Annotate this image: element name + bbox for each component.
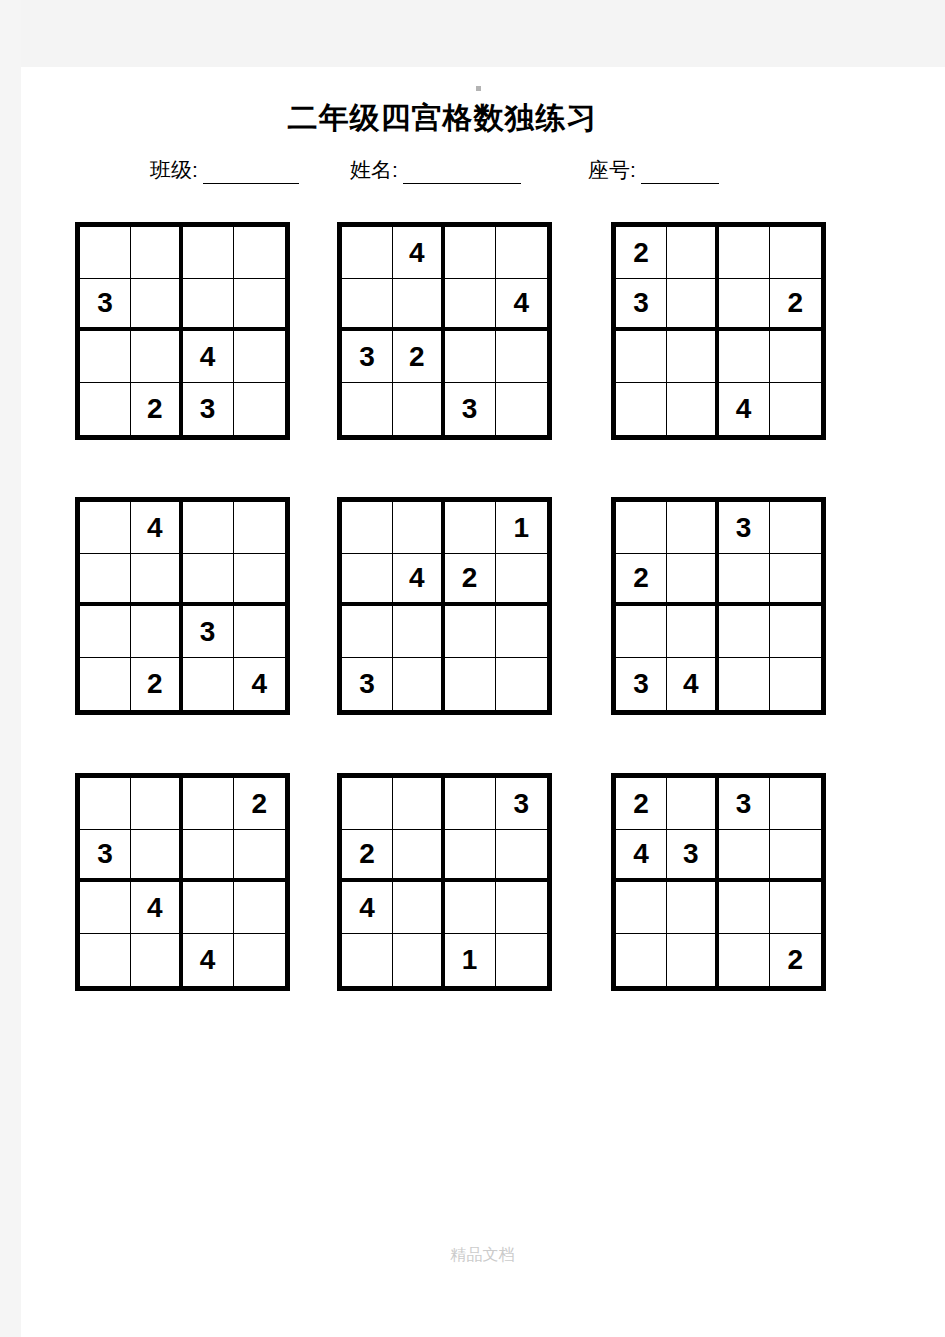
sudoku-cell-r3c3 <box>445 331 496 383</box>
sudoku-cell-r2c1 <box>342 554 393 606</box>
sudoku-cell-r1c1 <box>616 502 667 554</box>
sudoku-cell-r2c1: 2 <box>342 830 393 882</box>
sudoku-cell-r4c2 <box>667 383 718 435</box>
sudoku-cell-r4c2 <box>667 934 718 986</box>
sudoku-cell-r1c4 <box>770 227 821 279</box>
sudoku-cell-r4c2 <box>393 383 444 435</box>
sudoku-cell-r2c2: 4 <box>393 554 444 606</box>
seat-field: 座号: <box>588 156 719 184</box>
sudoku-cell-r3c4 <box>770 606 821 658</box>
sudoku-cell-r4c2 <box>131 934 182 986</box>
sudoku-cell-r4c1 <box>80 383 131 435</box>
sudoku-grid-1: 3423 <box>75 222 290 440</box>
sudoku-cell-r2c3 <box>719 554 770 606</box>
sudoku-cell-r4c3 <box>719 934 770 986</box>
sudoku-cell-r3c2 <box>667 606 718 658</box>
sudoku-grid-5: 1423 <box>337 497 552 715</box>
sudoku-cell-r4c4 <box>770 383 821 435</box>
sudoku-cell-r4c1 <box>616 934 667 986</box>
sudoku-cell-r1c2: 4 <box>393 227 444 279</box>
sudoku-cell-r4c3 <box>183 658 234 710</box>
sudoku-cell-r1c2 <box>667 227 718 279</box>
page-title: 二年级四宫格数独练习 <box>0 98 885 139</box>
sudoku-cell-r3c2 <box>131 331 182 383</box>
sudoku-grid-3: 2324 <box>611 222 826 440</box>
sudoku-cell-r1c2 <box>667 778 718 830</box>
sudoku-cell-r3c3: 4 <box>183 331 234 383</box>
sudoku-cell-r1c1 <box>80 778 131 830</box>
sudoku-cell-r4c1 <box>342 383 393 435</box>
sudoku-cell-r4c3: 4 <box>183 934 234 986</box>
sudoku-cell-r2c1 <box>342 279 393 331</box>
sudoku-cell-r4c4 <box>496 934 547 986</box>
sudoku-cell-r3c4 <box>234 882 285 934</box>
sudoku-cell-r1c4: 3 <box>496 778 547 830</box>
sudoku-cell-r4c4 <box>496 383 547 435</box>
sudoku-cell-r4c2 <box>393 934 444 986</box>
sudoku-cell-r3c2 <box>393 606 444 658</box>
sudoku-cell-r3c3 <box>183 882 234 934</box>
sudoku-cell-r3c4 <box>770 331 821 383</box>
sudoku-cell-r4c4 <box>234 934 285 986</box>
sudoku-cell-r1c4 <box>496 227 547 279</box>
sudoku-cell-r3c3 <box>719 331 770 383</box>
sudoku-cell-r2c4: 2 <box>770 279 821 331</box>
sudoku-cell-r1c3 <box>183 502 234 554</box>
class-field: 班级: <box>150 156 299 184</box>
sudoku-cell-r3c4 <box>234 331 285 383</box>
sudoku-cell-r4c3 <box>445 658 496 710</box>
sudoku-cell-r2c4 <box>770 830 821 882</box>
sudoku-cell-r3c1 <box>342 606 393 658</box>
sudoku-cell-r1c1 <box>80 227 131 279</box>
sudoku-cell-r3c2: 4 <box>131 882 182 934</box>
sudoku-cell-r4c4 <box>770 658 821 710</box>
sudoku-cell-r2c1: 3 <box>80 830 131 882</box>
sudoku-cell-r2c4 <box>234 830 285 882</box>
sudoku-cell-r1c3 <box>719 227 770 279</box>
sudoku-cell-r4c2: 2 <box>131 658 182 710</box>
sudoku-cell-r2c4 <box>234 279 285 331</box>
sudoku-grid-9: 23432 <box>611 773 826 991</box>
sudoku-cell-r4c2: 4 <box>667 658 718 710</box>
sudoku-cell-r3c4 <box>234 606 285 658</box>
sudoku-cell-r1c4: 2 <box>234 778 285 830</box>
sudoku-cell-r4c4 <box>496 658 547 710</box>
sudoku-cell-r1c1 <box>342 778 393 830</box>
sudoku-cell-r3c1 <box>80 331 131 383</box>
sudoku-cell-r2c3 <box>719 279 770 331</box>
sudoku-cell-r3c4 <box>496 606 547 658</box>
sudoku-cell-r4c3: 4 <box>719 383 770 435</box>
sudoku-cell-r3c2: 2 <box>393 331 444 383</box>
sudoku-grid-7: 2344 <box>75 773 290 991</box>
sudoku-cell-r2c2 <box>131 279 182 331</box>
sudoku-cell-r3c1 <box>616 606 667 658</box>
sudoku-cell-r2c2 <box>131 554 182 606</box>
sudoku-cell-r2c1: 4 <box>616 830 667 882</box>
sudoku-cell-r4c1 <box>80 934 131 986</box>
sudoku-cell-r3c3 <box>445 606 496 658</box>
sudoku-cell-r3c3 <box>719 606 770 658</box>
sudoku-cell-r2c4 <box>234 554 285 606</box>
sudoku-cell-r1c2 <box>667 502 718 554</box>
student-info-row: 班级: 姓名: 座号: <box>0 156 945 188</box>
sudoku-cell-r1c2 <box>393 502 444 554</box>
sudoku-cell-r1c4 <box>770 502 821 554</box>
sudoku-cell-r3c4 <box>770 882 821 934</box>
sudoku-cell-r1c1 <box>342 502 393 554</box>
sudoku-cell-r3c3: 3 <box>183 606 234 658</box>
name-blank-line <box>403 163 521 184</box>
sudoku-cell-r2c2 <box>667 279 718 331</box>
watermark-footer: 精品文档 <box>20 1245 945 1266</box>
stray-dot-mark <box>476 86 481 91</box>
sudoku-cell-r4c2: 2 <box>131 383 182 435</box>
sudoku-cell-r4c1 <box>616 383 667 435</box>
sudoku-cell-r2c4: 4 <box>496 279 547 331</box>
sudoku-cell-r4c4: 4 <box>234 658 285 710</box>
sudoku-cell-r4c3: 1 <box>445 934 496 986</box>
sudoku-grid-2: 44323 <box>337 222 552 440</box>
sudoku-cell-r2c3 <box>183 279 234 331</box>
sudoku-cell-r1c3 <box>183 227 234 279</box>
sudoku-cell-r1c3 <box>445 227 496 279</box>
sudoku-cell-r2c1: 2 <box>616 554 667 606</box>
sudoku-cell-r2c4 <box>770 554 821 606</box>
sudoku-grid-8: 3241 <box>337 773 552 991</box>
class-label: 班级: <box>150 158 198 181</box>
sudoku-cell-r2c3 <box>445 279 496 331</box>
sudoku-cell-r1c4 <box>234 227 285 279</box>
sudoku-cell-r3c2 <box>131 606 182 658</box>
sudoku-cell-r2c4 <box>496 830 547 882</box>
sudoku-cell-r2c2 <box>131 830 182 882</box>
sudoku-cell-r3c2 <box>667 882 718 934</box>
sudoku-cell-r3c3 <box>719 882 770 934</box>
sudoku-cell-r1c2 <box>393 778 444 830</box>
sudoku-cell-r1c2 <box>131 227 182 279</box>
sudoku-cell-r3c4 <box>496 331 547 383</box>
sudoku-cell-r1c2 <box>131 778 182 830</box>
sudoku-cell-r4c1 <box>342 934 393 986</box>
sudoku-cell-r4c3: 3 <box>183 383 234 435</box>
sudoku-cell-r2c3 <box>445 830 496 882</box>
sudoku-cell-r2c2 <box>393 279 444 331</box>
sudoku-cell-r4c1 <box>80 658 131 710</box>
sudoku-cell-r1c1 <box>342 227 393 279</box>
page-margin-left <box>0 0 21 1337</box>
sudoku-cell-r2c3 <box>183 830 234 882</box>
sudoku-cell-r2c3 <box>719 830 770 882</box>
sudoku-cell-r3c1 <box>616 882 667 934</box>
sudoku-cell-r2c3 <box>183 554 234 606</box>
sudoku-cell-r3c2 <box>667 331 718 383</box>
seat-blank-line <box>641 163 719 184</box>
sudoku-cell-r1c1: 2 <box>616 778 667 830</box>
sudoku-cell-r1c1: 2 <box>616 227 667 279</box>
sudoku-cell-r2c1 <box>80 554 131 606</box>
sudoku-cell-r3c1 <box>616 331 667 383</box>
sudoku-cell-r1c2: 4 <box>131 502 182 554</box>
sudoku-cell-r1c3: 3 <box>719 778 770 830</box>
sudoku-cell-r2c2: 3 <box>667 830 718 882</box>
sudoku-cell-r1c3 <box>445 778 496 830</box>
sudoku-cell-r1c3 <box>183 778 234 830</box>
sudoku-cell-r1c1 <box>80 502 131 554</box>
sudoku-cell-r4c4: 2 <box>770 934 821 986</box>
sudoku-cell-r1c4 <box>770 778 821 830</box>
seat-label: 座号: <box>588 158 636 181</box>
sudoku-cell-r3c1 <box>80 882 131 934</box>
sudoku-cell-r3c2 <box>393 882 444 934</box>
sudoku-cell-r2c2 <box>393 830 444 882</box>
sudoku-cell-r4c3: 3 <box>445 383 496 435</box>
sudoku-cell-r3c4 <box>496 882 547 934</box>
sudoku-cell-r4c4 <box>234 383 285 435</box>
sudoku-cell-r3c1 <box>80 606 131 658</box>
page-margin-top <box>0 0 945 67</box>
sudoku-cell-r1c3 <box>445 502 496 554</box>
sudoku-cell-r2c3: 2 <box>445 554 496 606</box>
class-blank-line <box>203 163 299 184</box>
sudoku-cell-r4c2 <box>393 658 444 710</box>
sudoku-cell-r3c3 <box>445 882 496 934</box>
sudoku-cell-r2c2 <box>667 554 718 606</box>
sudoku-cell-r2c4 <box>496 554 547 606</box>
sudoku-cell-r2c1: 3 <box>616 279 667 331</box>
sudoku-cell-r2c1: 3 <box>80 279 131 331</box>
sudoku-cell-r1c3: 3 <box>719 502 770 554</box>
sudoku-cell-r3c1: 3 <box>342 331 393 383</box>
sudoku-cell-r4c3 <box>719 658 770 710</box>
sudoku-grid-6: 3234 <box>611 497 826 715</box>
name-field: 姓名: <box>350 156 521 184</box>
name-label: 姓名: <box>350 158 398 181</box>
sudoku-cell-r1c4: 1 <box>496 502 547 554</box>
sudoku-grid-4: 4324 <box>75 497 290 715</box>
sudoku-cell-r3c1: 4 <box>342 882 393 934</box>
sudoku-cell-r4c1: 3 <box>342 658 393 710</box>
sudoku-cell-r4c1: 3 <box>616 658 667 710</box>
sudoku-cell-r1c4 <box>234 502 285 554</box>
